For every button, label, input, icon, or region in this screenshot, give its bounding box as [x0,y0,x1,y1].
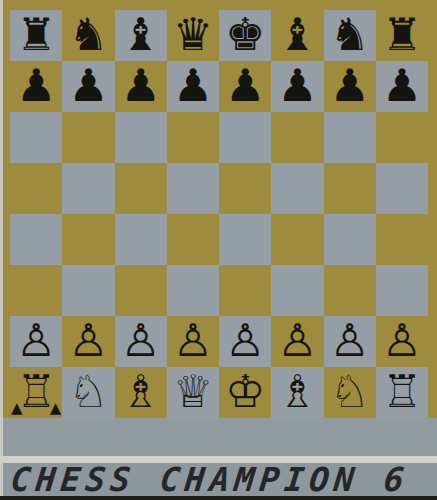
square-f8[interactable]: ♝ [271,10,323,61]
square-d3[interactable] [167,265,219,316]
square-g7[interactable]: ♟ [324,61,376,112]
piece-white-pawn: ♙ [68,318,108,363]
cursor-marker-left: ▲ [11,401,23,416]
square-d4[interactable] [167,214,219,265]
piece-black-queen: ♛ [173,12,213,57]
piece-white-pawn: ♙ [225,318,265,363]
piece-black-pawn: ♟ [120,63,160,108]
piece-white-pawn: ♙ [277,318,317,363]
piece-black-pawn: ♟ [173,63,213,108]
square-c3[interactable] [115,265,167,316]
square-h8[interactable]: ♜ [376,10,428,61]
status-display: CHESS CHAMPION 6 [3,463,437,496]
square-h7[interactable]: ♟ [376,61,428,112]
piece-black-bishop: ♝ [277,12,317,57]
square-h2[interactable]: ♙ [376,316,428,367]
square-d2[interactable]: ♙ [167,316,219,367]
square-a6[interactable] [10,112,62,163]
piece-black-pawn: ♟ [329,63,369,108]
cursor-marker-right: ▲ [50,401,62,416]
piece-white-rook: ♖ [382,369,422,414]
square-d6[interactable] [167,112,219,163]
square-a2[interactable]: ♙ [10,316,62,367]
square-f2[interactable]: ♙ [271,316,323,367]
square-e3[interactable] [219,265,271,316]
piece-white-pawn: ♙ [382,318,422,363]
display-separator [0,456,437,463]
square-a4[interactable] [10,214,62,265]
piece-black-rook: ♜ [382,12,422,57]
piece-black-pawn: ♟ [277,63,317,108]
square-c2[interactable]: ♙ [115,316,167,367]
square-g8[interactable]: ♞ [324,10,376,61]
piece-white-pawn: ♙ [173,318,213,363]
piece-black-bishop: ♝ [120,12,160,57]
square-g1[interactable]: ♘ [324,367,376,418]
square-c5[interactable] [115,163,167,214]
piece-black-knight: ♞ [68,12,108,57]
square-a1[interactable]: ♖▲▲ [10,367,62,418]
square-e1[interactable]: ♔ [219,367,271,418]
chess-computer-screen: ♜♞♝♛♚♝♞♜♟♟♟♟♟♟♟♟♙♙♙♙♙♙♙♙♖▲▲♘♗♕♔♗♘♖ CHESS… [0,0,437,500]
square-f6[interactable] [271,112,323,163]
square-g2[interactable]: ♙ [324,316,376,367]
square-d5[interactable] [167,163,219,214]
square-b2[interactable]: ♙ [62,316,114,367]
square-h6[interactable] [376,112,428,163]
piece-black-pawn: ♟ [382,63,422,108]
square-h3[interactable] [376,265,428,316]
square-f3[interactable] [271,265,323,316]
square-h1[interactable]: ♖ [376,367,428,418]
square-f4[interactable] [271,214,323,265]
piece-black-knight: ♞ [329,12,369,57]
piece-white-pawn: ♙ [120,318,160,363]
square-d1[interactable]: ♕ [167,367,219,418]
square-e5[interactable] [219,163,271,214]
square-c8[interactable]: ♝ [115,10,167,61]
square-f7[interactable]: ♟ [271,61,323,112]
piece-white-pawn: ♙ [329,318,369,363]
square-b3[interactable] [62,265,114,316]
square-g4[interactable] [324,214,376,265]
piece-white-pawn: ♙ [16,318,56,363]
square-d7[interactable]: ♟ [167,61,219,112]
square-d8[interactable]: ♛ [167,10,219,61]
piece-white-knight: ♘ [68,369,108,414]
board-bezel [3,418,437,456]
piece-white-king: ♔ [225,369,265,414]
piece-black-pawn: ♟ [68,63,108,108]
screen-bottom-edge [0,496,437,500]
square-a5[interactable] [10,163,62,214]
square-b6[interactable] [62,112,114,163]
piece-black-pawn: ♟ [16,63,56,108]
square-b1[interactable]: ♘ [62,367,114,418]
square-a3[interactable] [10,265,62,316]
square-c1[interactable]: ♗ [115,367,167,418]
square-b4[interactable] [62,214,114,265]
chess-board: ♜♞♝♛♚♝♞♜♟♟♟♟♟♟♟♟♙♙♙♙♙♙♙♙♖▲▲♘♗♕♔♗♘♖ [10,10,428,418]
square-c7[interactable]: ♟ [115,61,167,112]
piece-white-queen: ♕ [173,369,213,414]
square-e6[interactable] [219,112,271,163]
piece-white-bishop: ♗ [277,369,317,414]
square-c6[interactable] [115,112,167,163]
square-f5[interactable] [271,163,323,214]
square-e2[interactable]: ♙ [219,316,271,367]
status-display-text: CHESS CHAMPION 6 [3,463,411,496]
square-e4[interactable] [219,214,271,265]
square-g6[interactable] [324,112,376,163]
square-e8[interactable]: ♚ [219,10,271,61]
square-b7[interactable]: ♟ [62,61,114,112]
piece-white-knight: ♘ [329,369,369,414]
square-g3[interactable] [324,265,376,316]
square-e7[interactable]: ♟ [219,61,271,112]
square-b5[interactable] [62,163,114,214]
square-g5[interactable] [324,163,376,214]
square-a8[interactable]: ♜ [10,10,62,61]
square-f1[interactable]: ♗ [271,367,323,418]
square-b8[interactable]: ♞ [62,10,114,61]
piece-white-bishop: ♗ [120,369,160,414]
square-h5[interactable] [376,163,428,214]
square-c4[interactable] [115,214,167,265]
piece-black-king: ♚ [225,12,265,57]
square-a7[interactable]: ♟ [10,61,62,112]
piece-black-pawn: ♟ [225,63,265,108]
piece-black-rook: ♜ [16,12,56,57]
square-h4[interactable] [376,214,428,265]
